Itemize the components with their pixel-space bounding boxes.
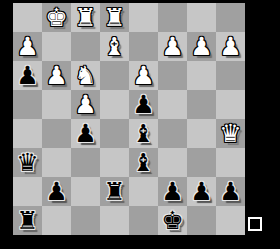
black-king[interactable]: ♚ [161,206,183,235]
square[interactable] [71,32,100,61]
square[interactable] [187,3,216,32]
square[interactable]: ♚ [158,206,187,235]
square[interactable]: ♟ [13,32,42,61]
square[interactable] [187,148,216,177]
chess-app-window: ♚♜♜♟♝♟♟♟♟♟♞♟♟♟♟♝♛♛♝♟♜♟♟♟♜♚ [0,0,280,249]
black-bishop[interactable]: ♝ [132,148,154,177]
side-to-move-indicator [248,217,262,231]
black-queen[interactable]: ♛ [16,148,38,177]
white-pawn[interactable]: ♟ [16,32,38,61]
square[interactable] [216,90,245,119]
square[interactable] [216,3,245,32]
white-rook[interactable]: ♜ [103,3,125,32]
square[interactable] [42,206,71,235]
square[interactable] [13,177,42,206]
square[interactable]: ♟ [216,177,245,206]
square[interactable] [187,61,216,90]
white-pawn[interactable]: ♟ [45,61,67,90]
square[interactable]: ♟ [71,119,100,148]
square[interactable]: ♟ [42,61,71,90]
square[interactable] [100,148,129,177]
square[interactable] [187,206,216,235]
white-pawn[interactable]: ♟ [132,61,154,90]
square[interactable] [13,3,42,32]
square[interactable]: ♟ [71,90,100,119]
square[interactable] [187,90,216,119]
white-pawn[interactable]: ♟ [190,32,212,61]
square[interactable] [158,3,187,32]
square[interactable] [42,32,71,61]
white-knight[interactable]: ♞ [74,61,96,90]
black-pawn[interactable]: ♟ [16,61,38,90]
square[interactable] [216,148,245,177]
square[interactable]: ♟ [216,32,245,61]
square[interactable]: ♜ [100,177,129,206]
square[interactable] [71,206,100,235]
square[interactable]: ♟ [13,61,42,90]
square[interactable] [129,3,158,32]
square[interactable]: ♝ [100,32,129,61]
square[interactable] [13,119,42,148]
square[interactable] [100,61,129,90]
square[interactable] [71,177,100,206]
square[interactable] [129,177,158,206]
square[interactable] [158,61,187,90]
square[interactable]: ♟ [187,177,216,206]
square[interactable]: ♟ [129,61,158,90]
square[interactable] [158,119,187,148]
black-rook[interactable]: ♜ [103,177,125,206]
white-pawn[interactable]: ♟ [219,32,241,61]
chess-board: ♚♜♜♟♝♟♟♟♟♟♞♟♟♟♟♝♛♛♝♟♜♟♟♟♜♚ [13,3,245,235]
black-pawn[interactable]: ♟ [219,177,241,206]
white-bishop[interactable]: ♝ [103,32,125,61]
white-pawn[interactable]: ♟ [161,32,183,61]
square[interactable] [42,90,71,119]
square[interactable] [13,90,42,119]
square[interactable]: ♜ [71,3,100,32]
square[interactable]: ♛ [13,148,42,177]
square[interactable] [71,148,100,177]
square[interactable]: ♚ [42,3,71,32]
square[interactable] [100,90,129,119]
square[interactable]: ♟ [42,177,71,206]
white-king[interactable]: ♚ [45,3,67,32]
black-pawn[interactable]: ♟ [161,177,183,206]
square[interactable]: ♝ [129,119,158,148]
square[interactable] [100,119,129,148]
square[interactable]: ♝ [129,148,158,177]
square[interactable] [158,148,187,177]
white-pawn[interactable]: ♟ [74,90,96,119]
black-pawn[interactable]: ♟ [132,90,154,119]
square[interactable] [187,119,216,148]
square[interactable]: ♜ [13,206,42,235]
white-queen[interactable]: ♛ [219,119,241,148]
black-pawn[interactable]: ♟ [45,177,67,206]
square[interactable] [100,206,129,235]
white-rook[interactable]: ♜ [74,3,96,32]
square[interactable]: ♟ [129,90,158,119]
square[interactable] [129,206,158,235]
square[interactable]: ♟ [187,32,216,61]
square[interactable] [42,119,71,148]
square[interactable] [42,148,71,177]
black-pawn[interactable]: ♟ [74,119,96,148]
square[interactable]: ♛ [216,119,245,148]
black-rook[interactable]: ♜ [16,206,38,235]
square[interactable] [129,32,158,61]
square[interactable] [216,61,245,90]
square[interactable]: ♟ [158,32,187,61]
black-pawn[interactable]: ♟ [190,177,212,206]
square[interactable] [216,206,245,235]
black-bishop[interactable]: ♝ [132,119,154,148]
square[interactable]: ♞ [71,61,100,90]
square[interactable] [158,90,187,119]
square[interactable]: ♜ [100,3,129,32]
square[interactable]: ♟ [158,177,187,206]
